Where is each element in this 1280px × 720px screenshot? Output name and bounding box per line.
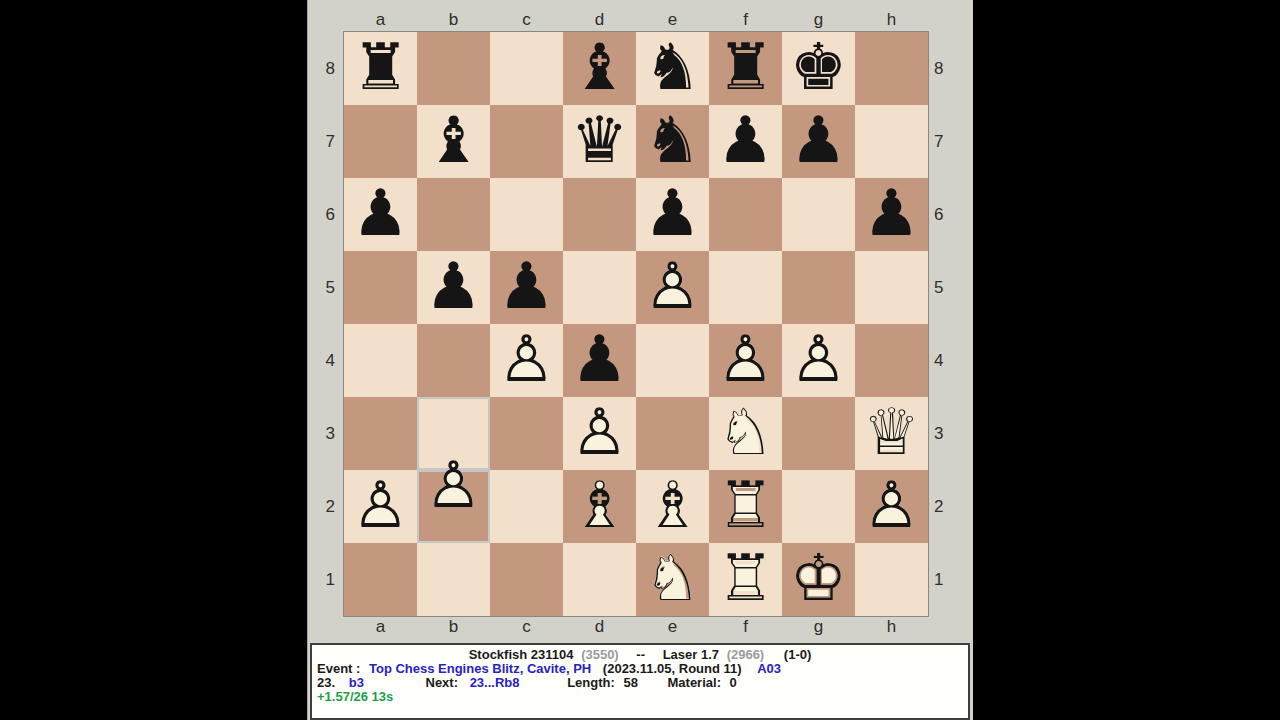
square-f6[interactable] — [709, 178, 782, 251]
square-d4[interactable]: ♟ — [563, 324, 636, 397]
square-c2[interactable] — [490, 470, 563, 543]
white-knight: ♞♘ — [636, 543, 709, 616]
square-h8[interactable] — [855, 32, 928, 105]
square-b1[interactable] — [417, 543, 490, 616]
square-b7[interactable]: ♝ — [417, 105, 490, 178]
square-c1[interactable] — [490, 543, 563, 616]
square-e4[interactable] — [636, 324, 709, 397]
black-pawn: ♟ — [636, 178, 709, 251]
square-e6[interactable]: ♟ — [636, 178, 709, 251]
black-pawn: ♟ — [563, 324, 636, 397]
square-c5[interactable]: ♟ — [490, 251, 563, 324]
file-label-top-b: b — [417, 10, 490, 30]
square-b6[interactable] — [417, 178, 490, 251]
file-label-bottom-f: f — [709, 617, 782, 637]
file-label-top-c: c — [490, 10, 563, 30]
square-h1[interactable] — [855, 543, 928, 616]
chess-app-area: abcdefgh abcdefgh 87654321 87654321 ♜♝♞♜… — [307, 0, 973, 720]
move-line: 23. b3 Next: 23...Rb8 Length: 58 Materia… — [312, 676, 968, 690]
black-rook: ♜ — [709, 32, 782, 105]
black-bishop: ♝ — [417, 105, 490, 178]
square-d5[interactable] — [563, 251, 636, 324]
material-value: 0 — [730, 675, 737, 690]
file-label-bottom-h: h — [855, 617, 928, 637]
match-header: Stockfish 231104 (3550) -- Laser 1.7 (29… — [312, 648, 968, 662]
game-result: (1-0) — [784, 647, 811, 662]
versus-separator: -- — [636, 647, 645, 662]
white-pawn: ♟♙ — [563, 397, 636, 470]
event-label: Event : — [317, 661, 360, 676]
black-bishop: ♝ — [563, 32, 636, 105]
chess-board: ♜♝♞♜♚♝♛♞♟♟♟♟♟♟♟♟♙♟♙♟♟♙♟♙♟♙♞♘♛♕♟♙♟♙♝♗♝♗♜♖… — [344, 32, 928, 616]
file-label-top-g: g — [782, 10, 855, 30]
eval-line: +1.57/26 13s — [312, 690, 968, 704]
white-pawn: ♟♙ — [417, 450, 490, 523]
white-pawn: ♟♙ — [782, 324, 855, 397]
length-label: Length: — [567, 675, 615, 690]
black-pawn: ♟ — [709, 105, 782, 178]
event-line: Event : Top Chess Engines Blitz, Cavite,… — [312, 662, 968, 676]
square-g1[interactable]: ♚♔ — [782, 543, 855, 616]
square-e2[interactable]: ♝♗ — [636, 470, 709, 543]
rank-label-left-5: 5 — [308, 251, 342, 324]
square-f2[interactable]: ♜♖ — [709, 470, 782, 543]
square-h2[interactable]: ♟♙ — [855, 470, 928, 543]
file-labels-bottom: abcdefgh — [344, 617, 928, 641]
file-label-bottom-g: g — [782, 617, 855, 637]
square-h7[interactable] — [855, 105, 928, 178]
file-label-top-h: h — [855, 10, 928, 30]
square-a3[interactable] — [344, 397, 417, 470]
square-c3[interactable] — [490, 397, 563, 470]
square-e1[interactable]: ♞♘ — [636, 543, 709, 616]
white-engine-name: Stockfish 231104 — [469, 647, 574, 662]
current-move-link[interactable]: b3 — [349, 675, 364, 690]
rank-labels-right: 87654321 — [928, 32, 962, 616]
file-labels-top: abcdefgh — [344, 0, 928, 30]
square-c8[interactable] — [490, 32, 563, 105]
white-pawn: ♟♙ — [490, 324, 563, 397]
rank-label-left-4: 4 — [308, 324, 342, 397]
rank-label-left-6: 6 — [308, 178, 342, 251]
square-f1[interactable]: ♜♖ — [709, 543, 782, 616]
rank-label-right-2: 2 — [928, 470, 962, 543]
square-h3[interactable]: ♛♕ — [855, 397, 928, 470]
move-number: 23. — [317, 675, 335, 690]
square-a4[interactable] — [344, 324, 417, 397]
material-label: Material: — [668, 675, 721, 690]
square-h4[interactable] — [855, 324, 928, 397]
square-e7[interactable]: ♞ — [636, 105, 709, 178]
rank-label-right-7: 7 — [928, 105, 962, 178]
file-label-top-a: a — [344, 10, 417, 30]
file-label-top-d: d — [563, 10, 636, 30]
white-king: ♚♔ — [782, 543, 855, 616]
square-h6[interactable]: ♟ — [855, 178, 928, 251]
square-a1[interactable] — [344, 543, 417, 616]
black-pawn: ♟ — [490, 251, 563, 324]
square-b2[interactable]: ♟♙ — [417, 470, 490, 543]
white-knight: ♞♘ — [709, 397, 782, 470]
black-engine-rating: (2966) — [727, 647, 765, 662]
rank-label-right-4: 4 — [928, 324, 962, 397]
square-f4[interactable]: ♟♙ — [709, 324, 782, 397]
square-g7[interactable]: ♟ — [782, 105, 855, 178]
square-c6[interactable] — [490, 178, 563, 251]
black-rook: ♜ — [344, 32, 417, 105]
black-engine-name: Laser 1.7 — [663, 647, 719, 662]
square-e3[interactable] — [636, 397, 709, 470]
rank-label-right-3: 3 — [928, 397, 962, 470]
black-knight: ♞ — [636, 32, 709, 105]
square-e8[interactable]: ♞ — [636, 32, 709, 105]
file-label-top-e: e — [636, 10, 709, 30]
rank-label-right-6: 6 — [928, 178, 962, 251]
rank-label-left-2: 2 — [308, 470, 342, 543]
square-b4[interactable] — [417, 324, 490, 397]
square-f8[interactable]: ♜ — [709, 32, 782, 105]
event-name-link[interactable]: Top Chess Engines Blitz, Cavite, PH — [369, 661, 591, 676]
file-label-top-f: f — [709, 10, 782, 30]
square-g4[interactable]: ♟♙ — [782, 324, 855, 397]
square-c4[interactable]: ♟♙ — [490, 324, 563, 397]
square-f7[interactable]: ♟ — [709, 105, 782, 178]
file-label-bottom-a: a — [344, 617, 417, 637]
square-b5[interactable]: ♟ — [417, 251, 490, 324]
square-e5[interactable]: ♟♙ — [636, 251, 709, 324]
engine-eval: +1.57/26 13s — [317, 689, 393, 704]
file-label-bottom-e: e — [636, 617, 709, 637]
square-f3[interactable]: ♞♘ — [709, 397, 782, 470]
black-pawn: ♟ — [417, 251, 490, 324]
square-a2[interactable]: ♟♙ — [344, 470, 417, 543]
white-pawn: ♟♙ — [636, 251, 709, 324]
white-bishop: ♝♗ — [636, 470, 709, 543]
black-pawn: ♟ — [782, 105, 855, 178]
white-engine-rating: (3550) — [581, 647, 619, 662]
square-g3[interactable] — [782, 397, 855, 470]
square-h5[interactable] — [855, 251, 928, 324]
white-rook: ♜♖ — [709, 470, 782, 543]
black-king: ♚ — [782, 32, 855, 105]
file-label-bottom-d: d — [563, 617, 636, 637]
square-g8[interactable]: ♚ — [782, 32, 855, 105]
square-a7[interactable] — [344, 105, 417, 178]
square-a5[interactable] — [344, 251, 417, 324]
rank-label-right-5: 5 — [928, 251, 962, 324]
black-queen: ♛ — [563, 105, 636, 178]
white-rook: ♜♖ — [709, 543, 782, 616]
square-a6[interactable]: ♟ — [344, 178, 417, 251]
next-label: Next: — [426, 675, 459, 690]
white-pawn: ♟♙ — [344, 470, 417, 543]
square-g2[interactable] — [782, 470, 855, 543]
length-value: 58 — [623, 675, 637, 690]
rank-label-right-8: 8 — [928, 32, 962, 105]
black-pawn: ♟ — [855, 178, 928, 251]
square-b8[interactable] — [417, 32, 490, 105]
square-d7[interactable]: ♛ — [563, 105, 636, 178]
square-d8[interactable]: ♝ — [563, 32, 636, 105]
square-a8[interactable]: ♜ — [344, 32, 417, 105]
file-label-bottom-c: c — [490, 617, 563, 637]
square-d3[interactable]: ♟♙ — [563, 397, 636, 470]
white-bishop: ♝♗ — [563, 470, 636, 543]
square-d1[interactable] — [563, 543, 636, 616]
rank-label-left-8: 8 — [308, 32, 342, 105]
next-move-link[interactable]: 23...Rb8 — [470, 675, 520, 690]
rank-label-left-3: 3 — [308, 397, 342, 470]
square-g5[interactable] — [782, 251, 855, 324]
rank-label-right-1: 1 — [928, 543, 962, 616]
white-pawn: ♟♙ — [855, 470, 928, 543]
black-knight: ♞ — [636, 105, 709, 178]
black-pawn: ♟ — [344, 178, 417, 251]
game-info-panel: Stockfish 231104 (3550) -- Laser 1.7 (29… — [310, 643, 970, 720]
eco-code-link[interactable]: A03 — [757, 661, 781, 676]
rank-label-left-1: 1 — [308, 543, 342, 616]
square-d6[interactable] — [563, 178, 636, 251]
rank-label-left-7: 7 — [308, 105, 342, 178]
square-d2[interactable]: ♝♗ — [563, 470, 636, 543]
file-label-bottom-b: b — [417, 617, 490, 637]
square-g6[interactable] — [782, 178, 855, 251]
rank-labels-left: 87654321 — [308, 32, 342, 616]
square-f5[interactable] — [709, 251, 782, 324]
white-pawn: ♟♙ — [709, 324, 782, 397]
white-queen: ♛♕ — [855, 397, 928, 470]
square-c7[interactable] — [490, 105, 563, 178]
event-date-round: (2023.11.05, Round 11) — [603, 661, 742, 676]
